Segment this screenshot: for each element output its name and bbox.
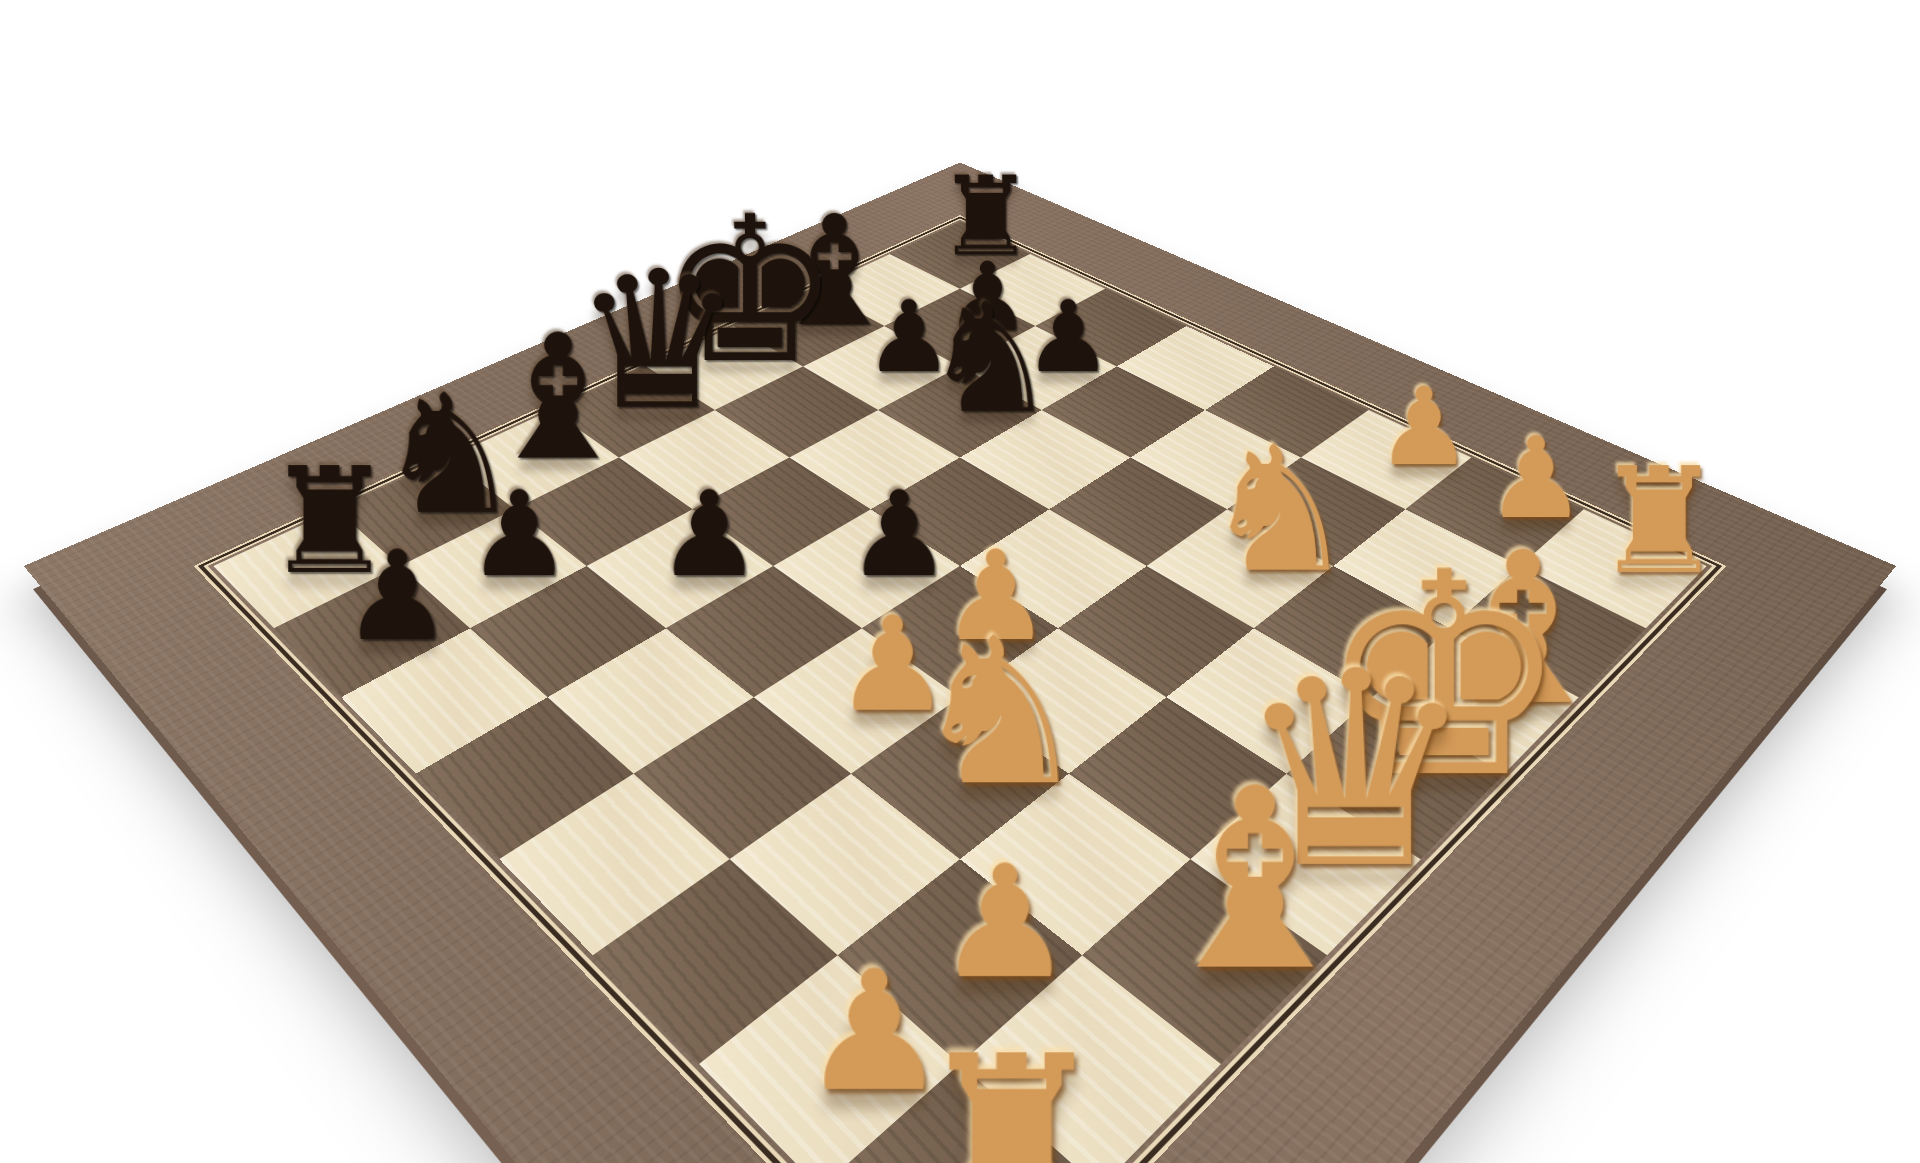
playing-field-border: ♜♞♝♛♚♝♜♟♟♟♟♟♞♟♟♟♟♞♞♟♟♟♟♜♝♛♚♝♜	[208, 220, 1713, 1163]
black-pawn-b7: ♟	[466, 482, 572, 588]
black-knight-f6: ♞	[922, 291, 1057, 427]
chess-board-grid: ♜♞♝♛♚♝♜♟♟♟♟♟♞♟♟♟♟♞♞♟♟♟♟♜♝♛♚♝♜	[213, 222, 1706, 1163]
white-bishop-c1: ♝	[1144, 768, 1368, 992]
black-pawn-d5: ♟	[846, 482, 952, 588]
white-knight-c3: ♞	[909, 621, 1090, 803]
white-pawn-h3: ♟	[1376, 379, 1472, 476]
walnut-board-frame: ♜♞♝♛♚♝♜♟♟♟♟♟♞♟♟♟♟♞♞♟♟♟♟♜♝♛♚♝♜	[24, 162, 1896, 1163]
black-pawn-c6: ♟	[656, 482, 762, 588]
chess-set-photo: ♜♞♝♛♚♝♜♟♟♟♟♟♞♟♟♟♟♞♞♟♟♟♟♜♝♛♚♝♜	[0, 0, 1920, 1163]
white-pawn-b2: ♟	[935, 853, 1074, 993]
white-rook-a1: ♜	[912, 1038, 1110, 1163]
black-pawn-a7: ♟	[342, 541, 453, 653]
